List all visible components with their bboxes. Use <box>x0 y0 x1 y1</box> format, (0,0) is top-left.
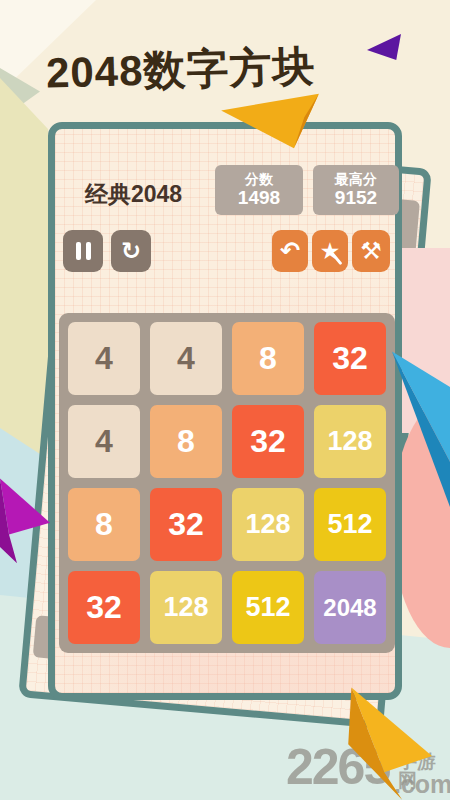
gold-dart-decoration <box>218 90 322 152</box>
tile-128: 128 <box>314 405 386 478</box>
tile-4: 4 <box>68 322 140 395</box>
pause-button[interactable] <box>63 230 103 272</box>
tile-32: 32 <box>314 322 386 395</box>
tile-8: 8 <box>150 405 222 478</box>
tile-32: 32 <box>150 488 222 561</box>
undo-icon: ↶ <box>280 239 300 263</box>
score-label: 分数 <box>245 171 273 187</box>
blue-dart-decoration <box>392 345 450 507</box>
restart-icon: ↻ <box>121 239 141 263</box>
pause-icon <box>76 242 91 260</box>
magic-wand-icon: ★ <box>321 239 339 263</box>
tile-512: 512 <box>314 488 386 561</box>
bg-paper-olive <box>0 78 48 470</box>
tile-512: 512 <box>232 571 304 644</box>
app-screen: 2048数字方块 经典2048 分数 1498 最高分 9152 ↻ ↶ ★ ⚒… <box>0 0 450 800</box>
hammer-button[interactable]: ⚒ <box>352 230 390 272</box>
magenta-dart-decoration <box>0 475 50 565</box>
undo-button[interactable]: ↶ <box>272 230 308 272</box>
game-card: 经典2048 分数 1498 最高分 9152 ↻ ↶ ★ ⚒ 44832483… <box>48 122 402 700</box>
tile-8: 8 <box>68 488 140 561</box>
best-score-box: 最高分 9152 <box>313 165 399 215</box>
2048-board[interactable]: 448324832128832128512321285122048 <box>59 313 395 653</box>
best-score-value: 9152 <box>335 187 377 209</box>
mode-label: 经典2048 <box>85 179 182 210</box>
score-box: 分数 1498 <box>215 165 303 215</box>
best-score-label: 最高分 <box>335 171 377 187</box>
tile-128: 128 <box>150 571 222 644</box>
magic-wand-button[interactable]: ★ <box>312 230 348 272</box>
hammer-icon: ⚒ <box>360 239 382 263</box>
purple-triangle-decoration <box>367 34 401 60</box>
gold-arrow-decoration <box>344 684 450 800</box>
tile-32: 32 <box>232 405 304 478</box>
tile-4: 4 <box>68 405 140 478</box>
tile-32: 32 <box>68 571 140 644</box>
score-value: 1498 <box>238 187 280 209</box>
tile-2048: 2048 <box>314 571 386 644</box>
tile-4: 4 <box>150 322 222 395</box>
tile-8: 8 <box>232 322 304 395</box>
tile-128: 128 <box>232 488 304 561</box>
restart-button[interactable]: ↻ <box>111 230 151 272</box>
